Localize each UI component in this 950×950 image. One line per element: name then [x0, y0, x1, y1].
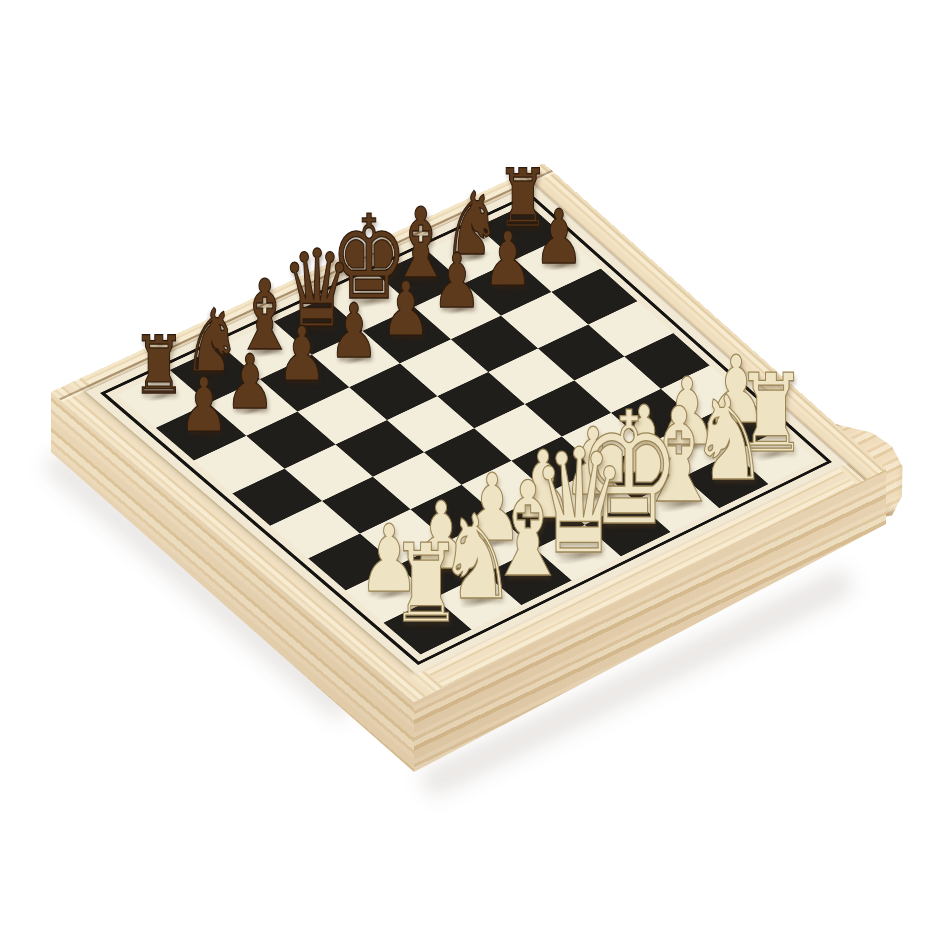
- piece-black-pawn-b7[interactable]: ♟: [225, 345, 275, 420]
- piece-black-pawn-e7[interactable]: ♟: [381, 271, 431, 346]
- piece-black-pawn-d7[interactable]: ♟: [329, 294, 379, 369]
- piece-black-pawn-c7[interactable]: ♟: [277, 316, 327, 391]
- piece-black-pawn-f7[interactable]: ♟: [432, 244, 482, 319]
- product-photo-scene: ♜♞♝♛♚♝♞♜♟♟♟♟♟♟♟♟♟♟♟♟♟♟♟♟♜♞♝♛♚♝♞♜: [0, 0, 950, 950]
- piece-black-rook-a8[interactable]: ♜: [133, 327, 186, 407]
- piece-black-pawn-g7[interactable]: ♟: [483, 222, 533, 297]
- piece-white-rook-a1[interactable]: ♜: [390, 530, 462, 638]
- piece-black-pawn-h7[interactable]: ♟: [534, 200, 584, 275]
- piece-black-pawn-a7[interactable]: ♟: [179, 367, 229, 442]
